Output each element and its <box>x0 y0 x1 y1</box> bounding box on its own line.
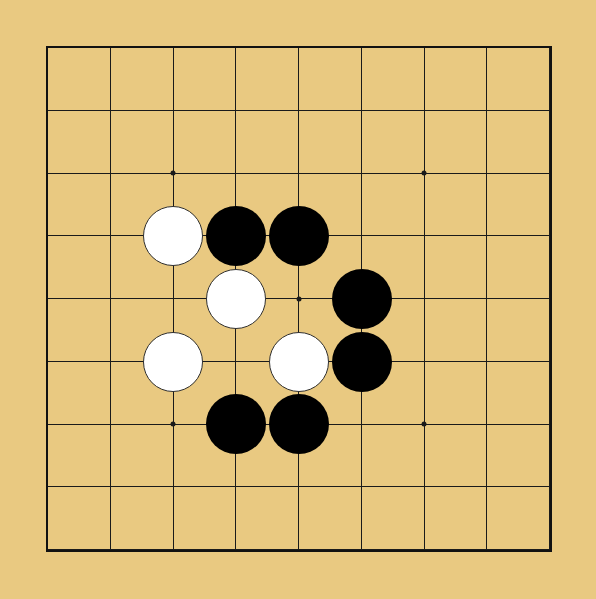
board-cell <box>362 425 425 488</box>
board-cell <box>299 362 362 425</box>
board-cell <box>487 236 550 299</box>
board-cell <box>487 299 550 362</box>
board-cell <box>487 362 550 425</box>
board-cell <box>48 425 111 488</box>
board-cell <box>174 425 237 488</box>
board-cell <box>487 111 550 174</box>
board-cell <box>299 111 362 174</box>
board-cell <box>425 48 488 111</box>
board-cell <box>111 425 174 488</box>
go-board-diagram: ○●●○●○○●●● <box>0 0 596 599</box>
board-cell <box>362 299 425 362</box>
board-cell <box>236 487 299 550</box>
board-cell <box>48 111 111 174</box>
board-cell <box>236 48 299 111</box>
board-cell <box>299 299 362 362</box>
board-cell <box>111 362 174 425</box>
board-cell <box>362 362 425 425</box>
board-cell <box>174 299 237 362</box>
board-cell <box>111 487 174 550</box>
board-cell <box>425 425 488 488</box>
board-cell <box>48 236 111 299</box>
board-cell <box>174 487 237 550</box>
board-cell <box>236 174 299 237</box>
board-cell <box>236 362 299 425</box>
board-cell <box>299 425 362 488</box>
board-cell <box>174 48 237 111</box>
board-cell <box>425 236 488 299</box>
board-grid <box>47 47 550 550</box>
board-cell <box>111 111 174 174</box>
board-cell <box>425 174 488 237</box>
board-cell <box>48 299 111 362</box>
board-cell <box>362 111 425 174</box>
board-cell <box>425 299 488 362</box>
go-board[interactable]: ○●●○●○○●●● <box>0 0 596 599</box>
board-cell <box>299 48 362 111</box>
board-cell <box>174 174 237 237</box>
board-cell <box>299 236 362 299</box>
board-cell <box>362 174 425 237</box>
board-cell <box>487 174 550 237</box>
board-cell <box>425 487 488 550</box>
board-cell <box>174 236 237 299</box>
board-cell <box>111 48 174 111</box>
board-cell <box>362 236 425 299</box>
board-cell <box>487 48 550 111</box>
board-cell <box>487 425 550 488</box>
board-cell <box>425 111 488 174</box>
board-cell <box>111 236 174 299</box>
board-cell <box>48 174 111 237</box>
board-cell <box>236 425 299 488</box>
board-cell <box>174 362 237 425</box>
board-cell <box>174 111 237 174</box>
board-cell <box>236 299 299 362</box>
board-cell <box>362 48 425 111</box>
board-cell <box>299 487 362 550</box>
board-cell <box>362 487 425 550</box>
board-cell <box>236 111 299 174</box>
board-cell <box>111 174 174 237</box>
board-cell <box>111 299 174 362</box>
board-cell <box>299 174 362 237</box>
board-cell <box>425 362 488 425</box>
board-cell <box>48 48 111 111</box>
board-cell <box>487 487 550 550</box>
board-cell <box>48 362 111 425</box>
board-cell <box>236 236 299 299</box>
board-cell <box>48 487 111 550</box>
